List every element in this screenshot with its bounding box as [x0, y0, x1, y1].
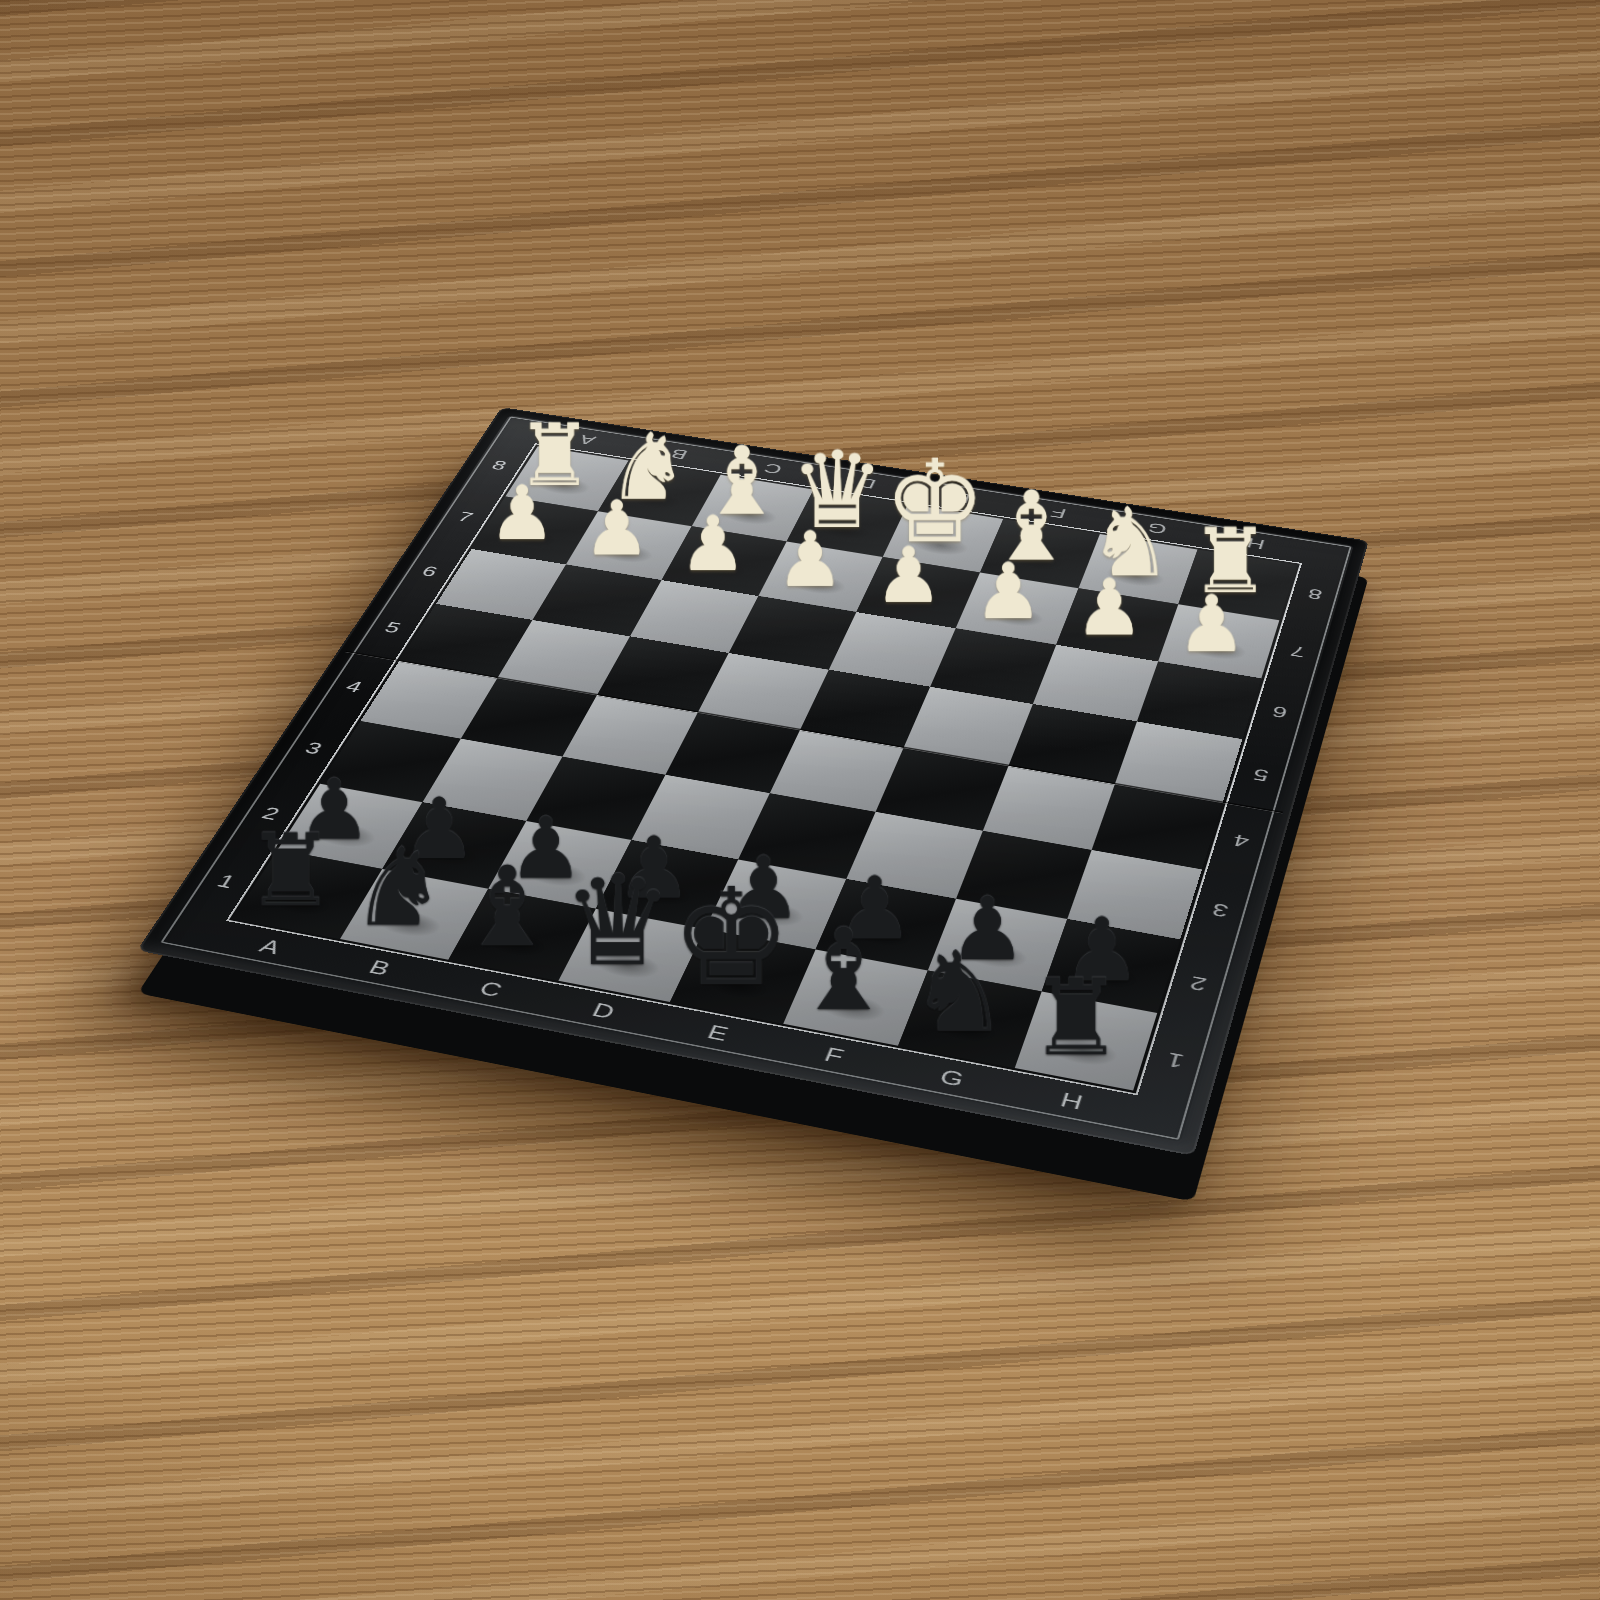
piece-black-king-e1[interactable]: ♚ [671, 871, 789, 1006]
piece-black-rook-a1[interactable]: ♜ [233, 821, 348, 922]
piece-black-knight-b1[interactable]: ♞ [340, 834, 456, 942]
piece-white-pawn-g7[interactable]: ♟ [1057, 570, 1161, 648]
board-top-face: ABCDEFGH ABCDEFGH 87654321 87654321 ♜♞♝♛… [137, 407, 1369, 1156]
piece-white-pawn-f7[interactable]: ♟ [957, 554, 1060, 631]
piece-black-rook-h1[interactable]: ♜ [1016, 965, 1137, 1071]
board-scene: ABCDEFGH ABCDEFGH 87654321 87654321 ♜♞♝♛… [0, 0, 1600, 1600]
piece-white-pawn-b7[interactable]: ♟ [567, 492, 667, 567]
piece-black-knight-g1[interactable]: ♞ [899, 937, 1019, 1049]
squares-grid: ♜♞♝♛♚♝♞♜♟♟♟♟♟♟♟♟♟♟♟♟♟♟♟♟♜♞♝♛♚♝♞♜ [233, 446, 1296, 1090]
piece-white-pawn-d7[interactable]: ♟ [759, 522, 861, 598]
piece-white-pawn-a7[interactable]: ♟ [472, 477, 572, 552]
piece-white-pawn-c7[interactable]: ♟ [662, 507, 763, 583]
piece-black-queen-d1[interactable]: ♛ [559, 859, 676, 984]
piece-black-bishop-f1[interactable]: ♝ [784, 914, 903, 1027]
piece-black-bishop-c1[interactable]: ♝ [449, 852, 565, 963]
piece-white-pawn-h7[interactable]: ♟ [1159, 586, 1263, 664]
piece-white-pawn-e7[interactable]: ♟ [857, 538, 959, 615]
wooden-table-surface: ABCDEFGH ABCDEFGH 87654321 87654321 ♜♞♝♛… [0, 0, 1600, 1600]
chess-board: ABCDEFGH ABCDEFGH 87654321 87654321 ♜♞♝♛… [137, 407, 1369, 1156]
